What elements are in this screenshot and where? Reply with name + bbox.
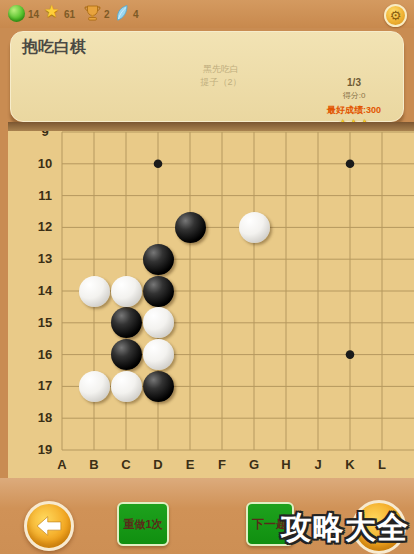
top-bar: 14 ★ 61 2 4 ⚙ [0,0,414,28]
stone-white-G12 [239,212,270,243]
col-label-C: C [118,457,134,473]
stone-black-D17 [143,371,174,402]
stone-white-D15 [143,307,174,338]
green-ball-icon [8,5,25,22]
best-score-text: 最好成绩:300 [311,104,397,117]
col-label-A: A [54,457,70,473]
stone-white-C14 [111,276,142,307]
col-label-E: E [182,457,198,473]
star-icon: ★ [44,1,59,22]
feather-icon [114,4,130,22]
puzzle-header-card: 抱吃白棋 黑先吃白 提子（2） 1/3 得分:0 最好成绩:300 ★★★ [10,31,404,122]
row-label-16: 16 [32,347,58,363]
header-shadow [8,122,414,131]
col-label-G: G [246,457,262,473]
back-button[interactable] [24,501,74,551]
puzzle-hint-line1: 黑先吃白 [161,63,281,76]
stone-white-C17 [111,371,142,402]
stone-black-D13 [143,244,174,275]
row-label-14: 14 [32,283,58,299]
stone-white-B17 [79,371,110,402]
col-label-F: F [214,457,230,473]
row-label-15: 15 [32,315,58,331]
coins-count: 14 [28,9,39,20]
puzzle-hint-line2: 提子（2） [161,76,281,89]
stone-white-B14 [79,276,110,307]
col-label-D: D [150,457,166,473]
col-label-H: H [278,457,294,473]
board-grid [8,131,414,478]
col-label-J: J [310,457,326,473]
puzzle-title: 抱吃白棋 [22,37,86,58]
stone-white-D16 [143,339,174,370]
star-point-D10 [154,160,163,169]
score-text: 得分:0 [311,90,397,101]
gear-icon: ⚙ [390,9,402,22]
settings-button[interactable]: ⚙ [384,4,407,27]
row-label-18: 18 [32,410,58,426]
stone-black-D14 [143,276,174,307]
row-label-10: 10 [32,156,58,172]
redo-button[interactable]: 重做1次 [117,502,169,546]
row-label-13: 13 [32,251,58,267]
go-board[interactable]: 910111213141516171819ABCDEFGHJKL [8,131,414,478]
stone-black-C16 [111,339,142,370]
star-point-K16 [346,350,355,359]
watermark-text: 攻略大全 [281,507,409,549]
stone-black-E12 [175,212,206,243]
row-label-9: 9 [32,131,58,140]
row-label-19: 19 [32,442,58,458]
col-label-L: L [374,457,390,473]
col-label-B: B [86,457,102,473]
bottom-bar: 重做1次 下一题 攻略大全 [0,478,414,554]
back-arrow-icon [34,511,64,541]
col-label-K: K [342,457,358,473]
row-label-11: 11 [32,188,58,204]
star-point-K10 [346,160,355,169]
feathers-count: 4 [133,9,139,20]
puzzle-hint: 黑先吃白 提子（2） [161,63,281,89]
row-label-17: 17 [32,378,58,394]
stars-count: 61 [64,9,75,20]
trophies-count: 2 [104,9,110,20]
progress-text: 1/3 [311,77,397,88]
stone-black-C15 [111,307,142,338]
app-root: 14 ★ 61 2 4 ⚙ 抱吃白棋 黑先吃白 提子（2） 1/3 得分:0 最… [0,0,414,554]
trophy-icon [84,4,101,22]
row-label-12: 12 [32,219,58,235]
